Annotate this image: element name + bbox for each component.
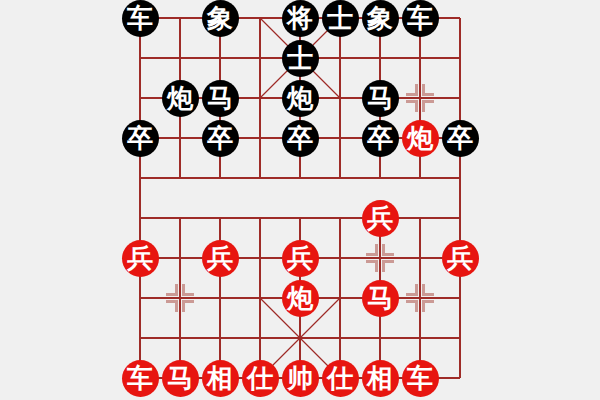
piece-black-advisor[interactable]: 士 [322, 0, 359, 37]
piece-red-cannon[interactable]: 炮 [282, 280, 319, 317]
piece-black-pawn[interactable]: 卒 [282, 120, 319, 157]
piece-black-horse[interactable]: 马 [202, 80, 239, 117]
piece-black-cannon[interactable]: 炮 [282, 80, 319, 117]
piece-red-elephant[interactable]: 相 [202, 360, 239, 397]
piece-red-rook[interactable]: 车 [122, 360, 159, 397]
piece-black-elephant[interactable]: 象 [202, 0, 239, 37]
piece-red-pawn[interactable]: 兵 [202, 240, 239, 277]
piece-red-horse[interactable]: 马 [162, 360, 199, 397]
piece-black-pawn[interactable]: 卒 [442, 120, 479, 157]
piece-red-rook[interactable]: 车 [402, 360, 439, 397]
piece-black-pawn[interactable]: 卒 [122, 120, 159, 157]
piece-black-advisor[interactable]: 士 [282, 40, 319, 77]
piece-black-cannon[interactable]: 炮 [162, 80, 199, 117]
piece-red-cannon[interactable]: 炮 [402, 120, 439, 157]
piece-red-king[interactable]: 帅 [282, 360, 319, 397]
piece-black-rook[interactable]: 车 [402, 0, 439, 37]
piece-red-pawn[interactable]: 兵 [122, 240, 159, 277]
piece-black-king[interactable]: 将 [282, 0, 319, 37]
piece-black-elephant[interactable]: 象 [362, 0, 399, 37]
piece-black-rook[interactable]: 车 [122, 0, 159, 37]
piece-red-pawn[interactable]: 兵 [282, 240, 319, 277]
piece-red-horse[interactable]: 马 [362, 280, 399, 317]
xiangqi-board: 车象将士象车士炮马炮马卒卒卒卒炮卒兵兵兵兵兵炮马车马相仕帅仕相车 [0, 0, 600, 400]
piece-black-pawn[interactable]: 卒 [362, 120, 399, 157]
piece-red-advisor[interactable]: 仕 [242, 360, 279, 397]
piece-red-advisor[interactable]: 仕 [322, 360, 359, 397]
piece-black-horse[interactable]: 马 [362, 80, 399, 117]
piece-red-elephant[interactable]: 相 [362, 360, 399, 397]
piece-red-pawn[interactable]: 兵 [442, 240, 479, 277]
piece-black-pawn[interactable]: 卒 [202, 120, 239, 157]
piece-red-pawn[interactable]: 兵 [362, 200, 399, 237]
